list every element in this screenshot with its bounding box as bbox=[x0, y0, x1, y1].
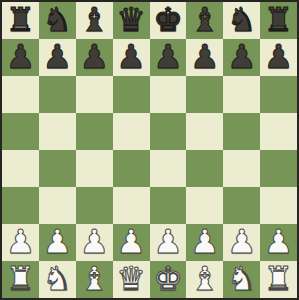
square-f3[interactable] bbox=[186, 187, 223, 224]
piece-white-rook[interactable]: ♜ bbox=[264, 261, 294, 297]
piece-black-pawn[interactable]: ♟ bbox=[227, 39, 257, 75]
square-b1[interactable]: ♞ bbox=[39, 261, 76, 298]
piece-white-pawn[interactable]: ♟ bbox=[43, 224, 73, 260]
square-g2[interactable]: ♟ bbox=[223, 224, 260, 261]
square-b4[interactable] bbox=[39, 150, 76, 187]
square-e4[interactable] bbox=[150, 150, 187, 187]
square-a1[interactable]: ♜ bbox=[2, 261, 39, 298]
square-b2[interactable]: ♟ bbox=[39, 224, 76, 261]
square-e2[interactable]: ♟ bbox=[150, 224, 187, 261]
square-d1[interactable]: ♛ bbox=[113, 261, 150, 298]
piece-black-pawn[interactable]: ♟ bbox=[153, 39, 183, 75]
square-e7[interactable]: ♟ bbox=[150, 39, 187, 76]
square-e5[interactable] bbox=[150, 113, 187, 150]
square-b7[interactable]: ♟ bbox=[39, 39, 76, 76]
square-a6[interactable] bbox=[2, 76, 39, 113]
piece-black-bishop[interactable]: ♝ bbox=[79, 2, 109, 38]
piece-white-bishop[interactable]: ♝ bbox=[190, 261, 220, 297]
piece-black-knight[interactable]: ♞ bbox=[43, 2, 73, 38]
piece-white-pawn[interactable]: ♟ bbox=[79, 224, 109, 260]
square-c2[interactable]: ♟ bbox=[76, 224, 113, 261]
piece-black-pawn[interactable]: ♟ bbox=[116, 39, 146, 75]
piece-black-rook[interactable]: ♜ bbox=[6, 2, 36, 38]
square-e6[interactable] bbox=[150, 76, 187, 113]
chess-board: ♜♞♝♛♚♝♞♜♟♟♟♟♟♟♟♟♟♟♟♟♟♟♟♟♜♞♝♛♚♝♞♜ bbox=[2, 2, 297, 298]
square-e1[interactable]: ♚ bbox=[150, 261, 187, 298]
piece-white-pawn[interactable]: ♟ bbox=[264, 224, 294, 260]
piece-white-bishop[interactable]: ♝ bbox=[79, 261, 109, 297]
piece-black-king[interactable]: ♚ bbox=[153, 2, 183, 38]
square-c8[interactable]: ♝ bbox=[76, 2, 113, 39]
square-g5[interactable] bbox=[223, 113, 260, 150]
square-c1[interactable]: ♝ bbox=[76, 261, 113, 298]
square-h3[interactable] bbox=[260, 187, 297, 224]
piece-black-pawn[interactable]: ♟ bbox=[79, 39, 109, 75]
piece-black-knight[interactable]: ♞ bbox=[227, 2, 257, 38]
square-e8[interactable]: ♚ bbox=[150, 2, 187, 39]
square-d8[interactable]: ♛ bbox=[113, 2, 150, 39]
piece-white-knight[interactable]: ♞ bbox=[43, 261, 73, 297]
square-h4[interactable] bbox=[260, 150, 297, 187]
square-d3[interactable] bbox=[113, 187, 150, 224]
piece-black-pawn[interactable]: ♟ bbox=[264, 39, 294, 75]
square-a8[interactable]: ♜ bbox=[2, 2, 39, 39]
square-d6[interactable] bbox=[113, 76, 150, 113]
square-g6[interactable] bbox=[223, 76, 260, 113]
square-e3[interactable] bbox=[150, 187, 187, 224]
square-b6[interactable] bbox=[39, 76, 76, 113]
piece-white-pawn[interactable]: ♟ bbox=[190, 224, 220, 260]
square-f5[interactable] bbox=[186, 113, 223, 150]
piece-white-king[interactable]: ♚ bbox=[153, 261, 183, 297]
piece-white-queen[interactable]: ♛ bbox=[116, 261, 146, 297]
square-d2[interactable]: ♟ bbox=[113, 224, 150, 261]
square-a2[interactable]: ♟ bbox=[2, 224, 39, 261]
square-g1[interactable]: ♞ bbox=[223, 261, 260, 298]
square-g3[interactable] bbox=[223, 187, 260, 224]
piece-white-rook[interactable]: ♜ bbox=[6, 261, 36, 297]
piece-black-pawn[interactable]: ♟ bbox=[6, 39, 36, 75]
square-f4[interactable] bbox=[186, 150, 223, 187]
square-f2[interactable]: ♟ bbox=[186, 224, 223, 261]
square-h5[interactable] bbox=[260, 113, 297, 150]
board-frame: ♜♞♝♛♚♝♞♜♟♟♟♟♟♟♟♟♟♟♟♟♟♟♟♟♜♞♝♛♚♝♞♜ bbox=[0, 0, 299, 300]
square-g8[interactable]: ♞ bbox=[223, 2, 260, 39]
square-h2[interactable]: ♟ bbox=[260, 224, 297, 261]
square-f8[interactable]: ♝ bbox=[186, 2, 223, 39]
square-h8[interactable]: ♜ bbox=[260, 2, 297, 39]
piece-white-pawn[interactable]: ♟ bbox=[153, 224, 183, 260]
piece-black-pawn[interactable]: ♟ bbox=[190, 39, 220, 75]
piece-black-rook[interactable]: ♜ bbox=[264, 2, 294, 38]
square-c4[interactable] bbox=[76, 150, 113, 187]
square-f1[interactable]: ♝ bbox=[186, 261, 223, 298]
square-a3[interactable] bbox=[2, 187, 39, 224]
square-a7[interactable]: ♟ bbox=[2, 39, 39, 76]
square-g7[interactable]: ♟ bbox=[223, 39, 260, 76]
piece-black-queen[interactable]: ♛ bbox=[116, 2, 146, 38]
square-f6[interactable] bbox=[186, 76, 223, 113]
square-c5[interactable] bbox=[76, 113, 113, 150]
square-b5[interactable] bbox=[39, 113, 76, 150]
square-g4[interactable] bbox=[223, 150, 260, 187]
square-d7[interactable]: ♟ bbox=[113, 39, 150, 76]
piece-white-pawn[interactable]: ♟ bbox=[227, 224, 257, 260]
piece-white-knight[interactable]: ♞ bbox=[227, 261, 257, 297]
piece-black-bishop[interactable]: ♝ bbox=[190, 2, 220, 38]
square-c3[interactable] bbox=[76, 187, 113, 224]
square-h6[interactable] bbox=[260, 76, 297, 113]
square-d5[interactable] bbox=[113, 113, 150, 150]
square-c7[interactable]: ♟ bbox=[76, 39, 113, 76]
square-d4[interactable] bbox=[113, 150, 150, 187]
square-b8[interactable]: ♞ bbox=[39, 2, 76, 39]
square-f7[interactable]: ♟ bbox=[186, 39, 223, 76]
piece-white-pawn[interactable]: ♟ bbox=[6, 224, 36, 260]
square-a5[interactable] bbox=[2, 113, 39, 150]
square-a4[interactable] bbox=[2, 150, 39, 187]
square-h7[interactable]: ♟ bbox=[260, 39, 297, 76]
piece-white-pawn[interactable]: ♟ bbox=[116, 224, 146, 260]
square-c6[interactable] bbox=[76, 76, 113, 113]
square-b3[interactable] bbox=[39, 187, 76, 224]
square-h1[interactable]: ♜ bbox=[260, 261, 297, 298]
piece-black-pawn[interactable]: ♟ bbox=[43, 39, 73, 75]
